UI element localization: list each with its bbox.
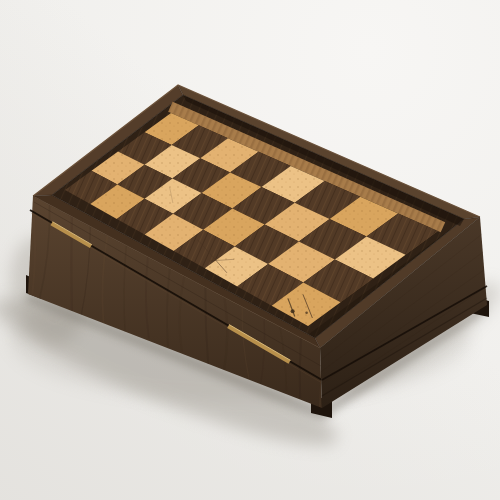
chess-box-photo bbox=[0, 0, 500, 500]
photo-stage bbox=[0, 0, 500, 500]
grain-line bbox=[71, 217, 72, 311]
stain-spot bbox=[291, 309, 295, 313]
stain-spot bbox=[305, 311, 308, 314]
